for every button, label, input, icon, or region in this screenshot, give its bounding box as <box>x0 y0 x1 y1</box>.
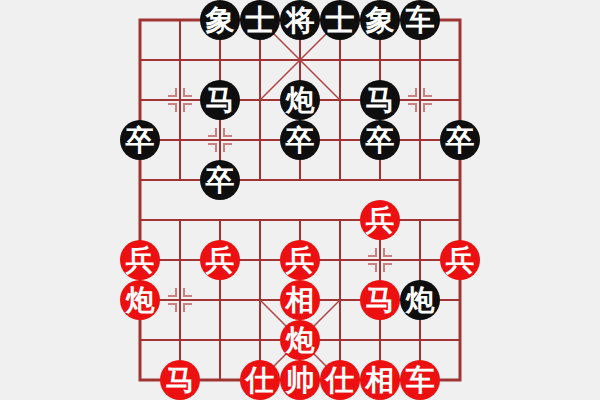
piece-black-soldier[interactable]: 卒 <box>280 120 320 160</box>
piece-red-elephant[interactable]: 相 <box>280 280 320 320</box>
piece-black-soldier[interactable]: 卒 <box>200 160 240 200</box>
piece-red-cannon[interactable]: 炮 <box>280 320 320 360</box>
piece-black-horse[interactable]: 马 <box>360 80 400 120</box>
piece-black-advisor[interactable]: 士 <box>240 0 280 40</box>
piece-black-elephant[interactable]: 象 <box>200 0 240 40</box>
piece-red-cannon[interactable]: 炮 <box>120 280 160 320</box>
xiangqi-board[interactable]: 象士将士象车马炮马卒卒卒卒卒炮兵兵兵兵兵炮相马炮马仕帅仕相车 <box>140 20 460 380</box>
piece-red-soldier[interactable]: 兵 <box>280 240 320 280</box>
piece-red-chariot[interactable]: 车 <box>400 360 440 400</box>
piece-black-advisor[interactable]: 士 <box>320 0 360 40</box>
piece-red-advisor[interactable]: 仕 <box>320 360 360 400</box>
piece-black-general[interactable]: 将 <box>280 0 320 40</box>
piece-red-elephant[interactable]: 相 <box>360 360 400 400</box>
xiangqi-screenshot: 象士将士象车马炮马卒卒卒卒卒炮兵兵兵兵兵炮相马炮马仕帅仕相车 <box>0 0 600 400</box>
piece-red-soldier[interactable]: 兵 <box>360 200 400 240</box>
piece-red-general[interactable]: 帅 <box>280 360 320 400</box>
piece-red-horse[interactable]: 马 <box>160 360 200 400</box>
piece-black-horse[interactable]: 马 <box>200 80 240 120</box>
piece-black-chariot[interactable]: 车 <box>400 0 440 40</box>
piece-black-soldier[interactable]: 卒 <box>360 120 400 160</box>
piece-black-cannon[interactable]: 炮 <box>400 280 440 320</box>
piece-red-soldier[interactable]: 兵 <box>200 240 240 280</box>
piece-black-cannon[interactable]: 炮 <box>280 80 320 120</box>
piece-red-horse[interactable]: 马 <box>360 280 400 320</box>
piece-red-advisor[interactable]: 仕 <box>240 360 280 400</box>
piece-black-elephant[interactable]: 象 <box>360 0 400 40</box>
piece-red-soldier[interactable]: 兵 <box>440 240 480 280</box>
piece-black-soldier[interactable]: 卒 <box>440 120 480 160</box>
pieces-layer: 象士将士象车马炮马卒卒卒卒卒炮兵兵兵兵兵炮相马炮马仕帅仕相车 <box>140 20 460 380</box>
piece-black-soldier[interactable]: 卒 <box>120 120 160 160</box>
piece-red-soldier[interactable]: 兵 <box>120 240 160 280</box>
